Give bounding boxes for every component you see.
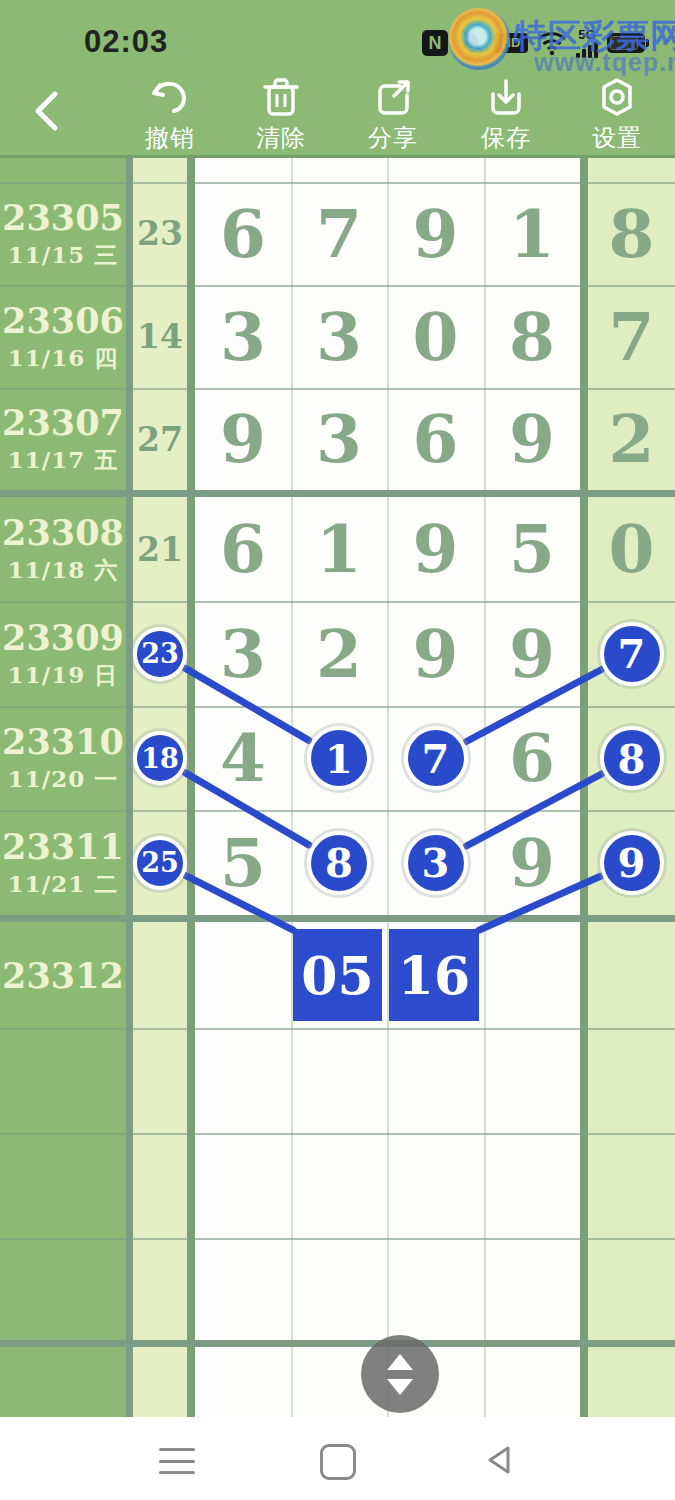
mute-bell-icon xyxy=(457,29,485,57)
period-number: 23310 xyxy=(2,721,124,762)
period-number: 23311 xyxy=(2,826,124,867)
sum-cell[interactable]: 23 xyxy=(133,182,187,285)
digit-cell[interactable]: 7 xyxy=(291,182,387,285)
period-number: 23309 xyxy=(2,617,124,658)
digit-cell[interactable]: 6 xyxy=(484,706,580,810)
digit-cell[interactable]: 5 xyxy=(195,810,291,915)
digit-circle-mark[interactable]: 8 xyxy=(307,831,371,895)
scroll-toggle-button[interactable] xyxy=(361,1335,439,1413)
board-gridline-horizontal xyxy=(0,1238,675,1240)
status-icons: N HD 5G xyxy=(422,26,645,60)
digit-cell[interactable]: 3 xyxy=(291,285,387,388)
scroll-up-icon xyxy=(387,1354,413,1370)
nfc-icon: N xyxy=(422,30,448,56)
digit-cell[interactable]: 5 xyxy=(484,497,580,601)
board-gridline-horizontal xyxy=(0,1028,675,1030)
digit-cell[interactable]: 6 xyxy=(195,182,291,285)
digit-cell[interactable]: 2 xyxy=(291,601,387,706)
hd-icon: HD xyxy=(494,33,528,53)
clear-button[interactable]: 清除 xyxy=(236,76,326,154)
trash-icon xyxy=(236,76,326,118)
settings-button[interactable]: 设置 xyxy=(572,76,662,154)
digit-circle-mark[interactable]: 7 xyxy=(404,726,468,790)
draw-date: 11/17 五 xyxy=(8,445,118,476)
digit-cell[interactable]: 9 xyxy=(484,388,580,490)
period-number: 23305 xyxy=(2,197,124,238)
android-nav-bar xyxy=(0,1432,675,1492)
digit-cell[interactable]: 6 xyxy=(387,388,484,490)
board-group-divider xyxy=(0,915,675,922)
digit-cell[interactable]: 8 xyxy=(588,182,675,285)
sum-circle-mark[interactable]: 18 xyxy=(133,731,187,785)
settings-icon xyxy=(572,76,662,118)
recent-apps-icon[interactable] xyxy=(159,1448,195,1474)
digit-cell[interactable]: 9 xyxy=(195,388,291,490)
wifi-icon xyxy=(537,30,567,56)
draw-date: 11/21 二 xyxy=(8,869,118,900)
prediction-box[interactable]: 05 xyxy=(293,929,382,1021)
period-number: 23312 xyxy=(2,955,124,996)
period-number: 23306 xyxy=(2,300,124,341)
digit-circle-mark[interactable]: 9 xyxy=(600,831,664,895)
digit-cell[interactable]: 3 xyxy=(195,285,291,388)
digit-cell[interactable]: 9 xyxy=(387,601,484,706)
digit-cell[interactable]: 1 xyxy=(291,497,387,601)
board-divider-vertical xyxy=(580,155,588,1417)
digit-cell[interactable]: 0 xyxy=(387,285,484,388)
board-top-border xyxy=(0,155,675,158)
undo-icon xyxy=(125,76,215,118)
draw-date: 11/15 三 xyxy=(8,240,118,271)
sum-cell[interactable]: 14 xyxy=(133,285,187,388)
digit-cell[interactable]: 7 xyxy=(588,285,675,388)
board-divider-vertical xyxy=(187,155,195,1417)
clock-text: 02:03 xyxy=(84,24,168,60)
draw-date: 11/20 一 xyxy=(8,764,118,795)
back-nav-icon[interactable] xyxy=(484,1444,514,1480)
period-cell: 23312 xyxy=(0,922,126,1028)
prediction-box[interactable]: 16 xyxy=(389,929,479,1021)
digit-circle-mark[interactable]: 8 xyxy=(600,726,664,790)
sum-cell[interactable]: 21 xyxy=(133,497,187,601)
digit-cell[interactable]: 1 xyxy=(484,182,580,285)
save-button[interactable]: 保存 xyxy=(461,76,551,154)
app-screen: 2330511/15 三23679182330611/16 四143308723… xyxy=(0,0,675,1500)
draw-date: 11/19 日 xyxy=(8,660,118,691)
period-cell: 2330611/16 四 xyxy=(0,285,126,388)
trend-chart-board: 2330511/15 三23679182330611/16 四143308723… xyxy=(0,0,675,1500)
period-cell: 2331111/21 二 xyxy=(0,810,126,915)
board-gridline-horizontal xyxy=(0,1133,675,1135)
board-divider-vertical xyxy=(126,155,133,1417)
sum-circle-mark[interactable]: 25 xyxy=(133,836,187,890)
digit-cell[interactable]: 0 xyxy=(588,497,675,601)
header-bar: 02:03 N HD 5G 特区彩票网 www.tqep.net xyxy=(0,0,675,155)
digit-circle-mark[interactable]: 7 xyxy=(600,622,664,686)
digit-cell[interactable]: 2 xyxy=(588,388,675,490)
download-icon xyxy=(461,76,551,118)
period-cell: 2330511/15 三 xyxy=(0,182,126,285)
digit-cell[interactable]: 9 xyxy=(387,497,484,601)
period-number: 23307 xyxy=(2,402,124,443)
share-icon xyxy=(348,76,438,118)
sum-cell[interactable]: 27 xyxy=(133,388,187,490)
undo-button[interactable]: 撤销 xyxy=(125,76,215,154)
digit-cell[interactable]: 9 xyxy=(387,182,484,285)
period-number: 23308 xyxy=(2,512,124,553)
period-cell: 2330911/19 日 xyxy=(0,601,126,706)
digit-circle-mark[interactable]: 3 xyxy=(404,831,468,895)
period-cell: 2330711/17 五 xyxy=(0,388,126,490)
draw-date: 11/18 六 xyxy=(8,555,118,586)
board-group-divider xyxy=(0,1340,675,1347)
digit-cell[interactable]: 8 xyxy=(484,285,580,388)
sum-circle-mark[interactable]: 23 xyxy=(133,627,187,681)
home-icon[interactable] xyxy=(320,1444,356,1480)
5g-signal-icon: 5G xyxy=(576,28,598,58)
battery-icon xyxy=(607,33,645,53)
period-cell: 2331011/20 一 xyxy=(0,706,126,810)
back-button[interactable] xyxy=(28,88,68,134)
digit-cell[interactable]: 6 xyxy=(195,497,291,601)
digit-circle-mark[interactable]: 1 xyxy=(307,726,371,790)
draw-date: 11/16 四 xyxy=(8,343,118,374)
digit-cell[interactable]: 9 xyxy=(484,810,580,915)
board-group-divider xyxy=(0,490,675,497)
period-cell: 2330811/18 六 xyxy=(0,497,126,601)
digit-cell[interactable]: 9 xyxy=(484,601,580,706)
scroll-down-icon xyxy=(387,1379,413,1395)
share-button[interactable]: 分享 xyxy=(348,76,438,154)
digit-cell[interactable]: 3 xyxy=(195,601,291,706)
digit-cell[interactable]: 3 xyxy=(291,388,387,490)
digit-cell[interactable]: 4 xyxy=(195,706,291,810)
